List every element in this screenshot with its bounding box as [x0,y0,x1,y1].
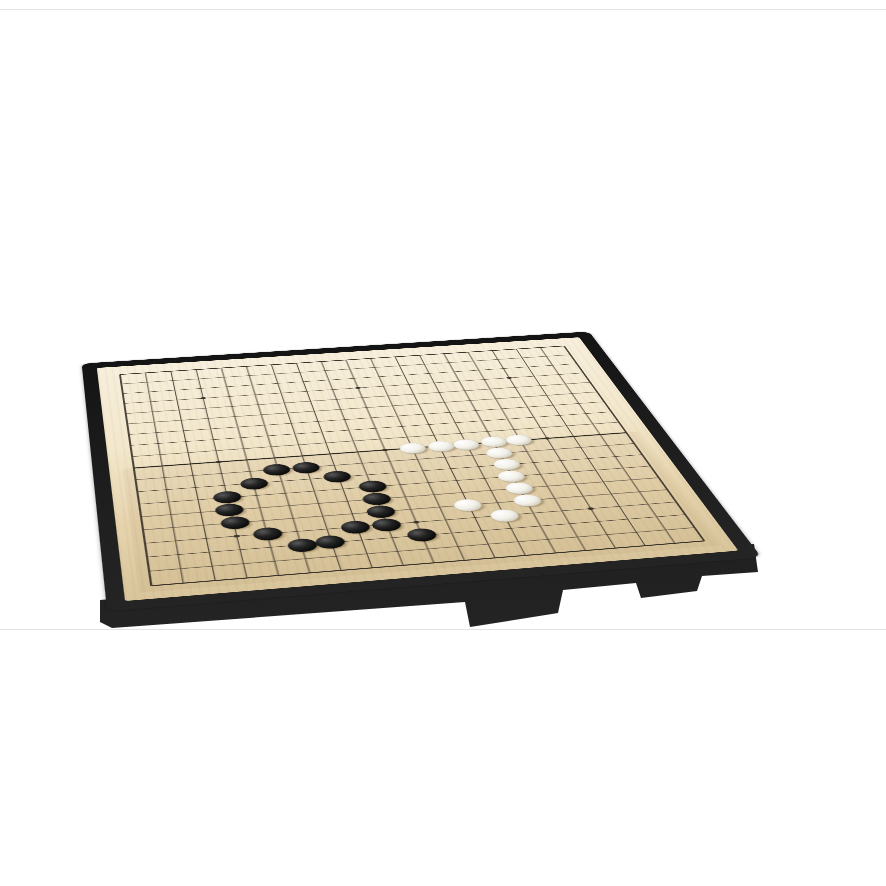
product-photo [0,0,886,886]
photo-bottom-border [0,629,886,630]
grid-holder [120,346,704,586]
board-surface [97,337,738,601]
go-board-grid [120,346,704,586]
photo-top-border [0,9,886,10]
